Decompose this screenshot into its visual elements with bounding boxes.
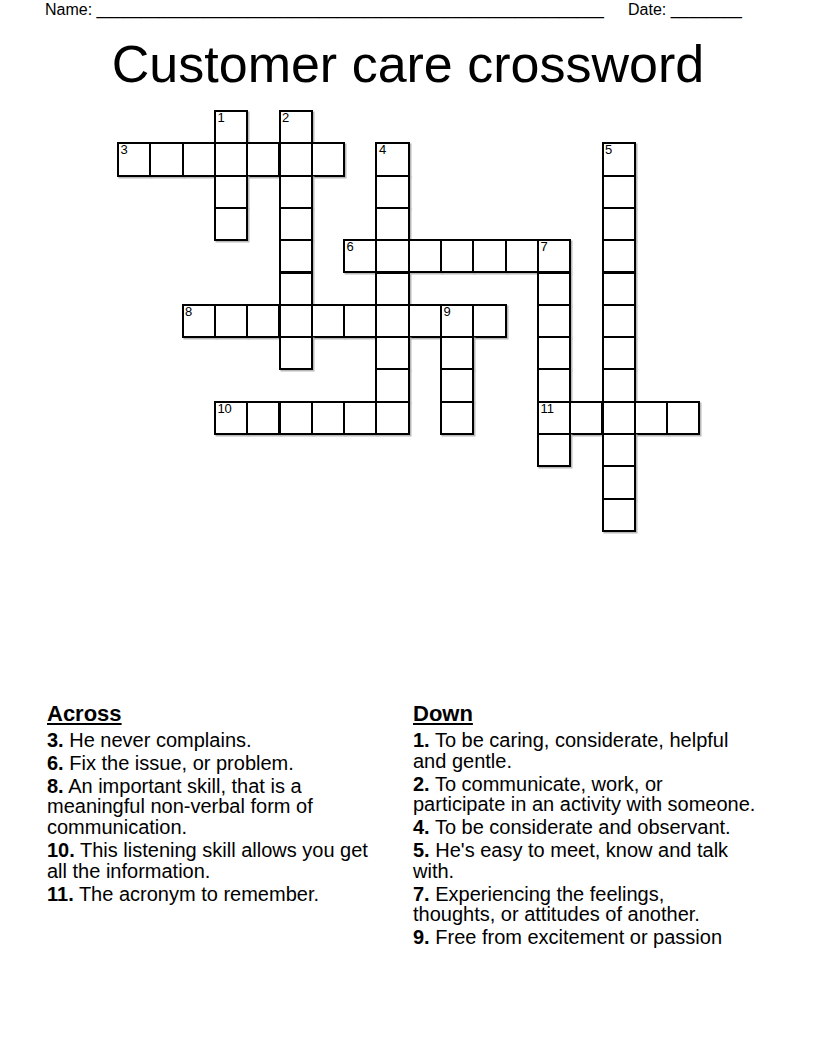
page-title: Customer care crossword: [0, 34, 816, 94]
grid-cell-r9c17[interactable]: [666, 401, 700, 435]
grid-cell-r9c13[interactable]: 11: [537, 401, 571, 435]
across-clue-11: 11. The acronym to remember.: [47, 884, 397, 905]
grid-cell-r9c3[interactable]: 10: [214, 401, 248, 435]
grid-cell-r10c13[interactable]: [537, 433, 571, 467]
grid-cell-r9c4[interactable]: [246, 401, 280, 435]
grid-cell-r4c5[interactable]: [279, 239, 313, 273]
clue-text: The acronym to remember.: [79, 883, 319, 905]
cell-number: 7: [540, 241, 547, 253]
across-clue-6: 6. Fix the issue, or problem.: [47, 753, 397, 774]
grid-cell-r6c2[interactable]: 8: [182, 304, 216, 338]
grid-cell-r10c15[interactable]: [602, 433, 636, 467]
grid-cell-r6c6[interactable]: [311, 304, 345, 338]
clue-text: He never complains.: [69, 729, 251, 751]
grid-cell-r9c7[interactable]: [343, 401, 377, 435]
grid-cell-r9c16[interactable]: [634, 401, 668, 435]
cell-number: 8: [185, 306, 192, 318]
clue-number: 1.: [413, 729, 430, 751]
grid-cell-r9c8[interactable]: [375, 401, 409, 435]
down-clue-5: 5. He's easy to meet, know and talk with…: [413, 840, 769, 882]
grid-cell-r5c13[interactable]: [537, 272, 571, 306]
grid-cell-r1c8[interactable]: 4: [375, 142, 409, 176]
date-label: Date:: [628, 1, 666, 18]
cell-number: 9: [444, 306, 451, 318]
grid-cell-r7c13[interactable]: [537, 336, 571, 370]
cell-number: 3: [121, 144, 128, 156]
grid-cell-r12c15[interactable]: [602, 498, 636, 532]
name-field: Name: __________________________________…: [45, 1, 604, 19]
clue-text: Fix the issue, or problem.: [69, 752, 294, 774]
grid-cell-r1c3[interactable]: [214, 142, 248, 176]
grid-cell-r4c10[interactable]: [440, 239, 474, 273]
grid-cell-r2c8[interactable]: [375, 175, 409, 209]
clue-text: This listening skill allows you get all …: [47, 839, 368, 882]
down-clues-list: 1. To be caring, considerate, helpful an…: [413, 730, 769, 948]
grid-cell-r6c11[interactable]: [472, 304, 506, 338]
grid-cell-r8c13[interactable]: [537, 368, 571, 402]
down-clue-2: 2. To communicate, work, or participate …: [413, 774, 769, 816]
clue-number: 11.: [47, 883, 74, 905]
grid-cell-r8c8[interactable]: [375, 368, 409, 402]
grid-cell-r2c3[interactable]: [214, 175, 248, 209]
across-clue-10: 10. This listening skill allows you get …: [47, 840, 397, 882]
grid-cell-r4c11[interactable]: [472, 239, 506, 273]
clue-number: 3.: [47, 729, 64, 751]
down-clue-1: 1. To be caring, considerate, helpful an…: [413, 730, 769, 772]
grid-cell-r1c15[interactable]: 5: [602, 142, 636, 176]
grid-cell-r8c15[interactable]: [602, 368, 636, 402]
grid-cell-r8c10[interactable]: [440, 368, 474, 402]
grid-cell-r3c15[interactable]: [602, 207, 636, 241]
grid-cell-r1c2[interactable]: [182, 142, 216, 176]
clue-number: 8.: [47, 775, 64, 797]
grid-cell-r6c9[interactable]: [408, 304, 442, 338]
down-clues-section: Down 1. To be caring, considerate, helpf…: [413, 701, 769, 950]
grid-cell-r9c14[interactable]: [569, 401, 603, 435]
grid-cell-r6c10[interactable]: 9: [440, 304, 474, 338]
grid-cell-r1c0[interactable]: 3: [117, 142, 151, 176]
grid-cell-r5c5[interactable]: [279, 272, 313, 306]
grid-cell-r6c8[interactable]: [375, 304, 409, 338]
grid-cell-r9c15[interactable]: [602, 401, 636, 435]
grid-cell-r7c8[interactable]: [375, 336, 409, 370]
cell-number: 2: [282, 112, 289, 124]
grid-cell-r4c15[interactable]: [602, 239, 636, 273]
cell-number: 11: [540, 403, 554, 415]
grid-cell-r9c6[interactable]: [311, 401, 345, 435]
grid-cell-r11c15[interactable]: [602, 465, 636, 499]
name-blank-line: ________________________________________…: [97, 1, 604, 18]
grid-cell-r7c15[interactable]: [602, 336, 636, 370]
cell-number: 5: [605, 144, 612, 156]
grid-cell-r4c8[interactable]: [375, 239, 409, 273]
grid-cell-r3c8[interactable]: [375, 207, 409, 241]
grid-cell-r0c3[interactable]: 1: [214, 110, 248, 144]
clue-number: 9.: [413, 926, 430, 948]
grid-cell-r6c4[interactable]: [246, 304, 280, 338]
grid-cell-r2c15[interactable]: [602, 175, 636, 209]
grid-cell-r6c13[interactable]: [537, 304, 571, 338]
grid-cell-r6c5[interactable]: [279, 304, 313, 338]
down-heading: Down: [413, 701, 769, 726]
cell-number: 6: [347, 241, 354, 253]
grid-cell-r1c6[interactable]: [311, 142, 345, 176]
grid-cell-r6c7[interactable]: [343, 304, 377, 338]
across-clue-3: 3. He never complains.: [47, 730, 397, 751]
grid-cell-r3c5[interactable]: [279, 207, 313, 241]
grid-cell-r5c8[interactable]: [375, 272, 409, 306]
grid-cell-r9c10[interactable]: [440, 401, 474, 435]
clue-text: He's easy to meet, know and talk with.: [413, 839, 728, 882]
clue-number: 6.: [47, 752, 64, 774]
date-blank-line: ________: [671, 1, 742, 18]
crossword-grid: 1234567891011: [117, 110, 701, 532]
across-clues-list: 3. He never complains.6. Fix the issue, …: [47, 730, 397, 904]
grid-cell-r6c15[interactable]: [602, 304, 636, 338]
down-clue-7: 7. Experiencing the feelings, thoughts, …: [413, 884, 769, 926]
clue-number: 4.: [413, 816, 430, 838]
clue-number: 10.: [47, 839, 75, 861]
cell-number: 1: [217, 112, 224, 124]
clue-text: Free from excitement or passion: [435, 926, 722, 948]
grid-cell-r4c12[interactable]: [505, 239, 539, 273]
worksheet-page: Name: __________________________________…: [0, 0, 816, 1056]
grid-cell-r4c13[interactable]: 7: [537, 239, 571, 273]
across-heading: Across: [47, 701, 397, 726]
clue-text: To be considerate and observant.: [435, 816, 731, 838]
grid-cell-r1c4[interactable]: [246, 142, 280, 176]
name-label: Name:: [45, 1, 92, 18]
down-clue-9: 9. Free from excitement or passion: [413, 927, 769, 948]
clue-text: Experiencing the feelings, thoughts, or …: [413, 883, 700, 926]
grid-cell-r2c5[interactable]: [279, 175, 313, 209]
clue-number: 7.: [413, 883, 430, 905]
grid-cell-r4c7[interactable]: 6: [343, 239, 377, 273]
grid-cell-r6c3[interactable]: [214, 304, 248, 338]
grid-cell-r5c15[interactable]: [602, 272, 636, 306]
clue-text: An important skill, that is a meaningful…: [47, 775, 313, 839]
grid-cell-r1c1[interactable]: [149, 142, 183, 176]
down-clue-4: 4. To be considerate and observant.: [413, 817, 769, 838]
clue-text: To be caring, considerate, helpful and g…: [413, 729, 728, 772]
cell-number: 10: [217, 403, 231, 415]
clue-number: 5.: [413, 839, 430, 861]
grid-cell-r7c10[interactable]: [440, 336, 474, 370]
clue-number: 2.: [413, 773, 430, 795]
date-field: Date: ________: [628, 1, 742, 19]
across-clues-section: Across 3. He never complains.6. Fix the …: [47, 701, 397, 906]
grid-cell-r0c5[interactable]: 2: [279, 110, 313, 144]
clue-text: To communicate, work, or participate in …: [413, 773, 755, 816]
grid-cell-r9c5[interactable]: [279, 401, 313, 435]
grid-cell-r1c5[interactable]: [279, 142, 313, 176]
across-clue-8: 8. An important skill, that is a meaning…: [47, 776, 397, 838]
grid-cell-r3c3[interactable]: [214, 207, 248, 241]
grid-cell-r7c5[interactable]: [279, 336, 313, 370]
grid-cell-r4c9[interactable]: [408, 239, 442, 273]
cell-number: 4: [379, 144, 386, 156]
